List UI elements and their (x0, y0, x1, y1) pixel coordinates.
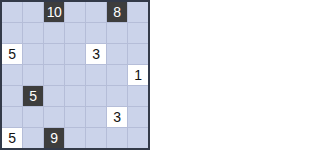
cell-r0c6[interactable] (128, 2, 148, 22)
cell-r5c3[interactable] (65, 107, 85, 127)
cell-r6c1[interactable] (23, 128, 43, 148)
puzzle-board: 1085315359 (0, 0, 150, 150)
cell-r3c3[interactable] (65, 65, 85, 85)
cell-r2c1[interactable] (23, 44, 43, 64)
cell-r5c6[interactable] (128, 107, 148, 127)
clue-cell-r2c4[interactable]: 3 (86, 44, 106, 64)
cell-r3c0[interactable] (2, 65, 22, 85)
cell-r2c3[interactable] (65, 44, 85, 64)
cell-r5c1[interactable] (23, 107, 43, 127)
cell-r1c6[interactable] (128, 23, 148, 43)
clue-cell-r5c5[interactable]: 3 (107, 107, 127, 127)
cell-r5c4[interactable] (86, 107, 106, 127)
cell-r5c0[interactable] (2, 107, 22, 127)
cell-r4c5[interactable] (107, 86, 127, 106)
cell-r6c6[interactable] (128, 128, 148, 148)
clue-cell-r2c0[interactable]: 5 (2, 44, 22, 64)
cell-r6c4[interactable] (86, 128, 106, 148)
cell-r1c3[interactable] (65, 23, 85, 43)
puzzle-screen: 1085315359 (0, 0, 320, 150)
cell-r1c1[interactable] (23, 23, 43, 43)
cell-r0c1[interactable] (23, 2, 43, 22)
cell-r3c1[interactable] (23, 65, 43, 85)
cell-r2c5[interactable] (107, 44, 127, 64)
cell-r1c2[interactable] (44, 23, 64, 43)
cell-r1c4[interactable] (86, 23, 106, 43)
cell-r4c3[interactable] (65, 86, 85, 106)
cell-r1c5[interactable] (107, 23, 127, 43)
cell-r4c2[interactable] (44, 86, 64, 106)
clue-cell-r0c5[interactable]: 8 (107, 2, 127, 22)
cell-r1c0[interactable] (2, 23, 22, 43)
clue-cell-r4c1[interactable]: 5 (23, 86, 43, 106)
cell-r6c3[interactable] (65, 128, 85, 148)
cell-r5c2[interactable] (44, 107, 64, 127)
clue-cell-r0c2[interactable]: 10 (44, 2, 64, 22)
cell-r6c5[interactable] (107, 128, 127, 148)
cell-r0c0[interactable] (2, 2, 22, 22)
cell-r4c6[interactable] (128, 86, 148, 106)
cell-r2c2[interactable] (44, 44, 64, 64)
clue-cell-r3c6[interactable]: 1 (128, 65, 148, 85)
cell-r4c4[interactable] (86, 86, 106, 106)
cell-r3c5[interactable] (107, 65, 127, 85)
cell-r3c2[interactable] (44, 65, 64, 85)
cell-r4c0[interactable] (2, 86, 22, 106)
cell-r2c6[interactable] (128, 44, 148, 64)
cell-r0c3[interactable] (65, 2, 85, 22)
clue-cell-r6c2[interactable]: 9 (44, 128, 64, 148)
cell-r0c4[interactable] (86, 2, 106, 22)
clue-cell-r6c0[interactable]: 5 (2, 128, 22, 148)
cell-r3c4[interactable] (86, 65, 106, 85)
